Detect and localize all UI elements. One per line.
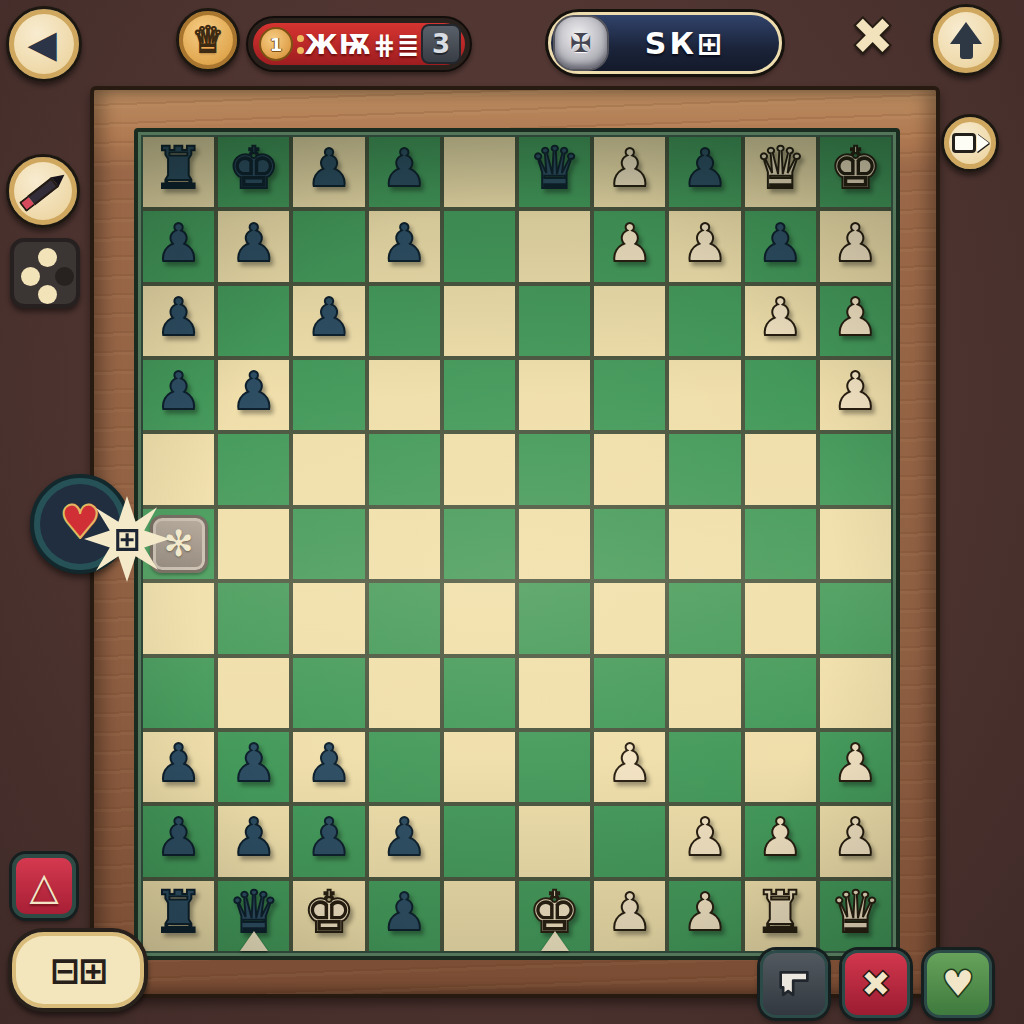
black-pawn-piece[interactable]: ♟ [230, 217, 277, 269]
board-square[interactable] [745, 732, 816, 802]
team-banner[interactable]: ✠ SК⊞ [548, 12, 782, 74]
black-rook-piece[interactable]: ♜ [153, 883, 205, 941]
black-pawn-piece[interactable]: ♟ [381, 217, 428, 269]
board-square[interactable]: ♟ [594, 211, 665, 281]
bonus-burst-text: ⊞ [114, 520, 141, 558]
board-square[interactable] [745, 658, 816, 728]
board-square[interactable]: ♟ [820, 732, 891, 802]
board-square[interactable]: ♛ [218, 881, 289, 951]
board-square[interactable] [444, 434, 515, 504]
board-square[interactable]: ♟ [218, 211, 289, 281]
board-square[interactable]: ♟ [143, 286, 214, 356]
board-square[interactable] [594, 360, 665, 430]
white-pawn-piece[interactable]: ♟ [832, 365, 879, 417]
board-square[interactable] [594, 658, 665, 728]
board-square[interactable] [444, 360, 515, 430]
black-pawn-piece[interactable]: ♟ [306, 142, 353, 194]
black-pawn-piece[interactable]: ♟ [306, 291, 353, 343]
board-square[interactable]: ♟ [669, 881, 740, 951]
board-square[interactable] [594, 583, 665, 653]
board-square[interactable] [519, 360, 590, 430]
heart-button-icon: ♥ [941, 965, 975, 1003]
board-square[interactable] [218, 509, 289, 579]
card-arrow-icon [952, 133, 989, 153]
board-square[interactable] [519, 732, 590, 802]
board-square[interactable] [444, 211, 515, 281]
black-pawn-piece[interactable]: ♟ [682, 142, 729, 194]
dice-button[interactable] [10, 238, 80, 308]
black-pawn-piece[interactable]: ♟ [155, 737, 202, 789]
favorite-button[interactable]: ♥ [924, 950, 992, 1018]
board-square[interactable] [745, 360, 816, 430]
white-pawn-piece[interactable]: ♟ [606, 217, 653, 269]
black-pawn-piece[interactable]: ♟ [230, 365, 277, 417]
board-square[interactable]: ♛ [820, 881, 891, 951]
board-square[interactable] [669, 658, 740, 728]
banner-flag-icon [774, 964, 814, 1004]
black-king-piece[interactable]: ♚ [228, 139, 280, 197]
black-pawn-piece[interactable]: ♟ [230, 737, 277, 789]
board-square[interactable] [594, 286, 665, 356]
board-square[interactable] [745, 583, 816, 653]
board-square[interactable]: ♟ [669, 806, 740, 876]
back-arrow-icon: ◀ [27, 25, 56, 63]
board-square[interactable] [293, 509, 364, 579]
board-square[interactable]: ♚ [218, 137, 289, 207]
game-screen: ♜♚♟♟♛♟♟♛♚♟♟♟♟♟♟♟♟♟♟♟♟♟♟✻♟♟♟♟♟♟♟♟♟♟♟♟♜♛♚♟… [0, 0, 1024, 1024]
board-square[interactable] [444, 583, 515, 653]
board-square[interactable]: ♟ [745, 806, 816, 876]
board-square[interactable] [519, 583, 590, 653]
board-square[interactable] [444, 509, 515, 579]
white-pawn-piece[interactable]: ♟ [606, 737, 653, 789]
white-pawn-piece[interactable]: ♟ [832, 811, 879, 863]
board-square[interactable]: ♟ [293, 137, 364, 207]
flower-token[interactable]: ✻ [150, 515, 208, 573]
up-arrow-icon [950, 22, 982, 59]
board-square[interactable] [669, 732, 740, 802]
board-square[interactable] [594, 806, 665, 876]
triangle-icon: △ [29, 867, 58, 905]
board-square[interactable] [444, 806, 515, 876]
board-square[interactable] [820, 434, 891, 504]
alert-triangle-button[interactable]: △ [12, 854, 76, 918]
board-square[interactable] [669, 360, 740, 430]
board-square[interactable]: ♟ [293, 286, 364, 356]
board-square[interactable] [669, 434, 740, 504]
score-banner-text: ЖѬ⋕≣ [304, 29, 421, 60]
board-square[interactable] [594, 509, 665, 579]
close-button[interactable]: ✖ [842, 950, 910, 1018]
name-plate-text: ⊟⊞ [50, 950, 106, 991]
board-square[interactable] [369, 286, 440, 356]
white-rook-piece[interactable]: ♜ [754, 883, 806, 941]
board-square[interactable]: ♟ [745, 286, 816, 356]
board-square[interactable]: ♟ [594, 881, 665, 951]
board-square[interactable] [669, 509, 740, 579]
board-square[interactable] [519, 211, 590, 281]
board-square[interactable]: ♟ [594, 732, 665, 802]
white-king-piece[interactable]: ♚ [303, 883, 355, 941]
white-pawn-piece[interactable]: ♟ [757, 811, 804, 863]
score-counter: 3 [421, 24, 461, 64]
crest-emblem-icon: ✠ [553, 15, 609, 71]
board-square[interactable] [293, 360, 364, 430]
board-square[interactable]: ♟ [369, 137, 440, 207]
white-pawn-piece[interactable]: ♟ [606, 886, 653, 938]
board-square[interactable] [218, 286, 289, 356]
black-pawn-piece[interactable]: ♟ [381, 142, 428, 194]
back-button[interactable]: ◀ [6, 6, 82, 82]
white-pawn-piece[interactable]: ♟ [832, 737, 879, 789]
board-square[interactable] [594, 434, 665, 504]
close-x-icon[interactable]: ✖ [850, 10, 895, 64]
board-square[interactable]: ♜ [745, 881, 816, 951]
close-x-button-icon: ✖ [860, 965, 892, 1003]
board-square[interactable] [820, 509, 891, 579]
board-square[interactable] [218, 658, 289, 728]
board-square[interactable] [369, 583, 440, 653]
selection-triangle-marker [541, 931, 569, 951]
board-square[interactable] [218, 583, 289, 653]
pencil-icon [18, 170, 67, 212]
black-pawn-piece[interactable]: ♟ [230, 811, 277, 863]
crown-icon: ♛ [192, 22, 224, 58]
white-pawn-piece[interactable]: ♟ [832, 217, 879, 269]
board-square[interactable] [444, 881, 515, 951]
crown-coin-button[interactable]: ♛ [176, 8, 240, 72]
board-square[interactable]: ♚ [820, 137, 891, 207]
board-square[interactable] [369, 658, 440, 728]
board-square[interactable]: ♟ [594, 137, 665, 207]
team-banner-text: SК⊞ [609, 26, 761, 61]
board-square[interactable] [143, 583, 214, 653]
black-pawn-piece[interactable]: ♟ [306, 737, 353, 789]
board-square[interactable] [369, 360, 440, 430]
white-pawn-piece[interactable]: ♟ [682, 811, 729, 863]
board-square[interactable]: ♟ [143, 732, 214, 802]
board-square[interactable] [519, 658, 590, 728]
scroll-up-button[interactable] [930, 4, 1002, 76]
board-square[interactable]: ♟ [745, 211, 816, 281]
side-panel-button[interactable] [941, 114, 999, 172]
board-square[interactable]: ♚ [519, 881, 590, 951]
coin-icon: 1 [259, 27, 293, 61]
board-square[interactable]: ♟ [820, 286, 891, 356]
board-square[interactable]: ♜ [143, 137, 214, 207]
board-square[interactable] [444, 137, 515, 207]
board-square[interactable] [293, 658, 364, 728]
board-square[interactable]: ♟ [218, 732, 289, 802]
white-queen-piece[interactable]: ♛ [754, 139, 806, 197]
board-square[interactable] [519, 509, 590, 579]
board-square[interactable] [369, 509, 440, 579]
black-pawn-piece[interactable]: ♟ [306, 811, 353, 863]
board-square[interactable] [293, 583, 364, 653]
board-square[interactable] [669, 583, 740, 653]
board-square[interactable] [293, 211, 364, 281]
black-queen-piece[interactable]: ♛ [529, 139, 581, 197]
flower-icon: ✻ [164, 523, 194, 564]
board-square[interactable]: ♛ [519, 137, 590, 207]
board-square[interactable]: ♟ [143, 360, 214, 430]
board-square[interactable] [444, 658, 515, 728]
white-pawn-piece[interactable]: ♟ [757, 291, 804, 343]
board-square[interactable]: ♟ [369, 806, 440, 876]
white-pawn-piece[interactable]: ♟ [682, 886, 729, 938]
board-rim: ♜♚♟♟♛♟♟♛♚♟♟♟♟♟♟♟♟♟♟♟♟♟♟✻♟♟♟♟♟♟♟♟♟♟♟♟♜♛♚♟… [134, 128, 900, 960]
black-pawn-piece[interactable]: ♟ [381, 811, 428, 863]
white-pawn-piece[interactable]: ♟ [606, 142, 653, 194]
board-square[interactable]: ♟ [369, 881, 440, 951]
white-queen-piece[interactable]: ♛ [829, 883, 881, 941]
white-king-piece[interactable]: ♚ [829, 139, 881, 197]
board-square[interactable] [218, 434, 289, 504]
board-square[interactable]: ♜ [143, 881, 214, 951]
board-square[interactable]: ♟ [293, 806, 364, 876]
white-pawn-piece[interactable]: ♟ [682, 217, 729, 269]
board-square[interactable]: ♟ [293, 732, 364, 802]
board-square[interactable] [444, 732, 515, 802]
board-square[interactable]: ♟ [369, 211, 440, 281]
name-plate-button[interactable]: ⊟⊞ [8, 928, 148, 1012]
board-square[interactable] [293, 434, 364, 504]
board-square[interactable]: ♟ [218, 806, 289, 876]
coin-dots-icon [297, 35, 304, 54]
score-banner[interactable]: 1 ЖѬ⋕≣ 3 [246, 16, 472, 72]
board-square[interactable] [369, 732, 440, 802]
black-pawn-piece[interactable]: ♟ [155, 811, 202, 863]
score-banner-body: 1 ЖѬ⋕≣ 3 [253, 23, 465, 65]
black-rook-piece[interactable]: ♜ [153, 139, 205, 197]
board-square[interactable]: ♟ [820, 211, 891, 281]
selection-triangle-marker [240, 931, 268, 951]
board-square[interactable]: ♟ [143, 806, 214, 876]
board-square[interactable] [519, 806, 590, 876]
board-square[interactable]: ♟ [669, 137, 740, 207]
board-square[interactable] [143, 434, 214, 504]
board-square[interactable] [820, 583, 891, 653]
board-square[interactable] [369, 434, 440, 504]
edit-button[interactable] [6, 154, 80, 228]
board-square[interactable] [745, 434, 816, 504]
flag-button[interactable] [760, 950, 828, 1018]
black-pawn-piece[interactable]: ♟ [155, 291, 202, 343]
board-square[interactable] [519, 286, 590, 356]
board-square[interactable] [669, 286, 740, 356]
board-square[interactable]: ♟ [669, 211, 740, 281]
black-pawn-piece[interactable]: ♟ [757, 217, 804, 269]
board-square[interactable]: ♟ [820, 806, 891, 876]
board-square[interactable] [745, 509, 816, 579]
black-pawn-piece[interactable]: ♟ [155, 365, 202, 417]
board-square[interactable] [143, 658, 214, 728]
black-pawn-piece[interactable]: ♟ [155, 217, 202, 269]
board-square[interactable]: ♟ [218, 360, 289, 430]
board-grid: ♜♚♟♟♛♟♟♛♚♟♟♟♟♟♟♟♟♟♟♟♟♟♟✻♟♟♟♟♟♟♟♟♟♟♟♟♜♛♚♟… [143, 137, 891, 951]
board-square[interactable] [519, 434, 590, 504]
board-square[interactable] [820, 658, 891, 728]
board-square[interactable]: ♚ [293, 881, 364, 951]
board-square[interactable] [444, 286, 515, 356]
board-square[interactable]: ♟ [820, 360, 891, 430]
board-square[interactable]: ♛ [745, 137, 816, 207]
board-square[interactable]: ♟ [143, 211, 214, 281]
white-pawn-piece[interactable]: ♟ [832, 291, 879, 343]
black-pawn-piece[interactable]: ♟ [381, 886, 428, 938]
board-frame: ♜♚♟♟♛♟♟♛♚♟♟♟♟♟♟♟♟♟♟♟♟♟♟✻♟♟♟♟♟♟♟♟♟♟♟♟♜♛♚♟… [90, 86, 940, 998]
